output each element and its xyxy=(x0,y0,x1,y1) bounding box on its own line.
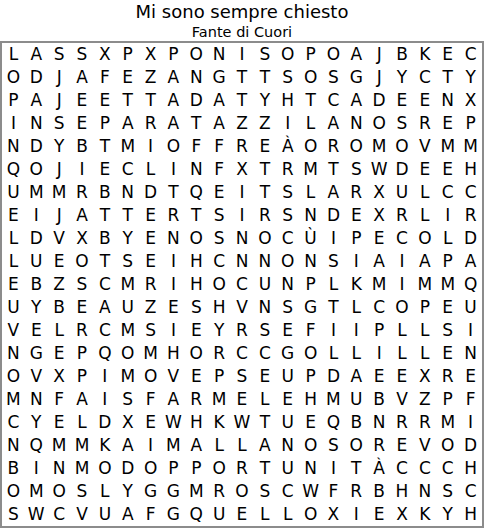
grid-cell[interactable]: I xyxy=(93,388,116,411)
grid-cell[interactable]: R xyxy=(185,388,208,411)
grid-cell[interactable]: T xyxy=(185,112,208,135)
grid-cell[interactable]: T xyxy=(116,204,139,227)
grid-cell[interactable]: P xyxy=(413,296,436,319)
grid-cell[interactable]: M xyxy=(25,480,48,503)
grid-cell[interactable]: E xyxy=(459,365,482,388)
grid-cell[interactable]: L xyxy=(208,434,231,457)
grid-cell[interactable]: S xyxy=(116,388,139,411)
grid-cell[interactable]: N xyxy=(253,250,276,273)
grid-cell[interactable]: J xyxy=(48,66,71,89)
grid-cell[interactable]: N xyxy=(299,204,322,227)
grid-cell[interactable]: D xyxy=(25,66,48,89)
grid-cell[interactable]: L xyxy=(299,181,322,204)
grid-cell[interactable]: O xyxy=(413,227,436,250)
grid-cell[interactable]: S xyxy=(71,273,94,296)
grid-cell[interactable]: E xyxy=(139,227,162,250)
grid-cell[interactable]: Y xyxy=(25,296,48,319)
grid-cell[interactable]: Q xyxy=(2,158,25,181)
grid-cell[interactable]: F xyxy=(459,388,482,411)
grid-cell[interactable]: U xyxy=(345,388,368,411)
grid-cell[interactable]: C xyxy=(413,66,436,89)
grid-cell[interactable]: E xyxy=(71,296,94,319)
grid-cell[interactable]: E xyxy=(231,503,254,526)
grid-cell[interactable]: X xyxy=(459,89,482,112)
grid-cell[interactable]: W xyxy=(162,411,185,434)
grid-cell[interactable]: D xyxy=(322,365,345,388)
grid-cell[interactable]: O xyxy=(185,43,208,66)
grid-cell[interactable]: D xyxy=(391,158,414,181)
grid-cell[interactable]: O xyxy=(345,135,368,158)
grid-cell[interactable]: A xyxy=(71,66,94,89)
grid-cell[interactable]: R xyxy=(208,480,231,503)
grid-cell[interactable]: R xyxy=(253,204,276,227)
grid-cell[interactable]: L xyxy=(413,181,436,204)
grid-cell[interactable]: D xyxy=(139,181,162,204)
grid-cell[interactable]: O xyxy=(185,342,208,365)
grid-cell[interactable]: E xyxy=(185,365,208,388)
grid-cell[interactable]: U xyxy=(116,296,139,319)
grid-cell[interactable]: H xyxy=(276,89,299,112)
grid-cell[interactable]: E xyxy=(368,365,391,388)
grid-cell[interactable]: H xyxy=(391,480,414,503)
grid-cell[interactable]: E xyxy=(71,89,94,112)
grid-cell[interactable]: P xyxy=(2,89,25,112)
grid-cell[interactable]: O xyxy=(391,296,414,319)
grid-cell[interactable]: Y xyxy=(25,411,48,434)
grid-cell[interactable]: H xyxy=(162,342,185,365)
grid-cell[interactable]: Y xyxy=(391,66,414,89)
grid-cell[interactable]: I xyxy=(162,250,185,273)
grid-cell[interactable]: N xyxy=(185,158,208,181)
grid-cell[interactable]: O xyxy=(25,158,48,181)
grid-cell[interactable]: T xyxy=(139,89,162,112)
grid-cell[interactable]: U xyxy=(253,273,276,296)
grid-cell[interactable]: H xyxy=(185,250,208,273)
grid-cell[interactable]: V xyxy=(231,296,254,319)
grid-cell[interactable]: T xyxy=(299,89,322,112)
grid-cell[interactable]: X xyxy=(413,365,436,388)
grid-cell[interactable]: N xyxy=(162,227,185,250)
grid-cell[interactable]: W xyxy=(231,411,254,434)
grid-cell[interactable]: I xyxy=(322,227,345,250)
grid-cell[interactable]: C xyxy=(93,273,116,296)
grid-cell[interactable]: S xyxy=(116,250,139,273)
grid-cell[interactable]: Q xyxy=(185,181,208,204)
grid-cell[interactable]: C xyxy=(459,181,482,204)
grid-cell[interactable]: V xyxy=(413,135,436,158)
grid-cell[interactable]: O xyxy=(299,503,322,526)
grid-cell[interactable]: A xyxy=(413,250,436,273)
grid-cell[interactable]: K xyxy=(413,503,436,526)
grid-cell[interactable]: D xyxy=(185,89,208,112)
grid-cell[interactable]: O xyxy=(208,273,231,296)
grid-cell[interactable]: C xyxy=(276,480,299,503)
grid-cell[interactable]: B xyxy=(368,388,391,411)
grid-cell[interactable]: E xyxy=(2,204,25,227)
grid-cell[interactable]: E xyxy=(25,319,48,342)
grid-cell[interactable]: S xyxy=(345,158,368,181)
grid-cell[interactable]: O xyxy=(48,480,71,503)
grid-cell[interactable]: L xyxy=(413,319,436,342)
grid-cell[interactable]: Y xyxy=(116,227,139,250)
grid-cell[interactable]: R xyxy=(322,135,345,158)
grid-cell[interactable]: L xyxy=(276,503,299,526)
grid-cell[interactable]: N xyxy=(116,181,139,204)
grid-cell[interactable]: T xyxy=(253,181,276,204)
grid-cell[interactable]: M xyxy=(185,480,208,503)
grid-cell[interactable]: C xyxy=(231,342,254,365)
grid-cell[interactable]: L xyxy=(391,342,414,365)
grid-cell[interactable]: N xyxy=(2,342,25,365)
grid-cell[interactable]: M xyxy=(322,388,345,411)
grid-cell[interactable]: M xyxy=(299,158,322,181)
grid-cell[interactable]: D xyxy=(322,204,345,227)
grid-cell[interactable]: R xyxy=(391,411,414,434)
grid-cell[interactable]: T xyxy=(253,411,276,434)
grid-cell[interactable]: E xyxy=(436,112,459,135)
grid-cell[interactable]: K xyxy=(413,43,436,66)
grid-cell[interactable]: F xyxy=(185,135,208,158)
grid-cell[interactable]: C xyxy=(93,319,116,342)
grid-cell[interactable]: E xyxy=(116,66,139,89)
grid-cell[interactable]: P xyxy=(299,365,322,388)
grid-cell[interactable]: M xyxy=(71,434,94,457)
grid-cell[interactable]: I xyxy=(345,250,368,273)
grid-cell[interactable]: F xyxy=(48,388,71,411)
grid-cell[interactable]: E xyxy=(71,112,94,135)
grid-cell[interactable]: S xyxy=(208,227,231,250)
grid-cell[interactable]: L xyxy=(93,480,116,503)
grid-cell[interactable]: M xyxy=(413,273,436,296)
grid-cell[interactable]: X xyxy=(116,411,139,434)
grid-cell[interactable]: M xyxy=(116,365,139,388)
grid-cell[interactable]: L xyxy=(345,342,368,365)
grid-cell[interactable]: J xyxy=(368,43,391,66)
grid-cell[interactable]: E xyxy=(368,503,391,526)
grid-cell[interactable]: I xyxy=(391,273,414,296)
grid-cell[interactable]: S xyxy=(71,43,94,66)
grid-cell[interactable]: G xyxy=(25,342,48,365)
grid-cell[interactable]: S xyxy=(436,480,459,503)
grid-cell[interactable]: L xyxy=(2,227,25,250)
grid-cell[interactable]: R xyxy=(368,434,391,457)
grid-cell[interactable]: X xyxy=(139,43,162,66)
grid-cell[interactable]: C xyxy=(276,227,299,250)
grid-cell[interactable]: E xyxy=(93,158,116,181)
grid-cell[interactable]: N xyxy=(413,480,436,503)
grid-cell[interactable]: L xyxy=(48,319,71,342)
grid-cell[interactable]: R xyxy=(71,319,94,342)
grid-cell[interactable]: H xyxy=(208,296,231,319)
grid-cell[interactable]: J xyxy=(48,89,71,112)
grid-cell[interactable]: M xyxy=(208,388,231,411)
grid-cell[interactable]: I xyxy=(162,158,185,181)
grid-cell[interactable]: M xyxy=(436,273,459,296)
grid-cell[interactable]: Q xyxy=(25,434,48,457)
grid-cell[interactable]: F xyxy=(322,480,345,503)
grid-cell[interactable]: F xyxy=(139,503,162,526)
grid-cell[interactable]: R xyxy=(413,112,436,135)
grid-cell[interactable]: O xyxy=(139,457,162,480)
grid-cell[interactable]: O xyxy=(71,250,94,273)
grid-cell[interactable]: A xyxy=(25,89,48,112)
grid-cell[interactable]: E xyxy=(139,411,162,434)
grid-cell[interactable]: E xyxy=(299,411,322,434)
grid-cell[interactable]: R xyxy=(413,411,436,434)
grid-cell[interactable]: O xyxy=(391,135,414,158)
grid-cell[interactable]: A xyxy=(208,112,231,135)
grid-cell[interactable]: X xyxy=(391,503,414,526)
grid-cell[interactable]: L xyxy=(345,296,368,319)
grid-cell[interactable]: P xyxy=(208,365,231,388)
grid-cell[interactable]: D xyxy=(459,434,482,457)
grid-cell[interactable]: S xyxy=(276,204,299,227)
grid-cell[interactable]: O xyxy=(299,434,322,457)
grid-cell[interactable]: S xyxy=(253,43,276,66)
grid-cell[interactable]: I xyxy=(368,342,391,365)
grid-cell[interactable]: D xyxy=(368,89,391,112)
grid-cell[interactable]: T xyxy=(231,89,254,112)
grid-cell[interactable]: Z xyxy=(413,388,436,411)
grid-cell[interactable]: N xyxy=(2,135,25,158)
grid-cell[interactable]: P xyxy=(162,43,185,66)
grid-cell[interactable]: Y xyxy=(253,89,276,112)
grid-cell[interactable]: M xyxy=(116,273,139,296)
grid-cell[interactable]: U xyxy=(2,181,25,204)
grid-cell[interactable]: S xyxy=(185,296,208,319)
grid-cell[interactable]: I xyxy=(231,181,254,204)
grid-cell[interactable]: R xyxy=(391,204,414,227)
grid-cell[interactable]: V xyxy=(162,365,185,388)
grid-cell[interactable]: T xyxy=(93,204,116,227)
grid-cell[interactable]: R xyxy=(459,204,482,227)
grid-cell[interactable]: P xyxy=(116,43,139,66)
grid-cell[interactable]: S xyxy=(322,250,345,273)
grid-cell[interactable]: G xyxy=(345,66,368,89)
grid-cell[interactable]: P xyxy=(71,342,94,365)
grid-cell[interactable]: B xyxy=(93,227,116,250)
grid-cell[interactable]: O xyxy=(322,43,345,66)
grid-cell[interactable]: O xyxy=(276,43,299,66)
grid-cell[interactable]: W xyxy=(368,158,391,181)
grid-cell[interactable]: L xyxy=(71,411,94,434)
grid-cell[interactable]: A xyxy=(253,434,276,457)
grid-cell[interactable]: E xyxy=(162,296,185,319)
grid-cell[interactable]: T xyxy=(436,66,459,89)
grid-cell[interactable]: A xyxy=(116,434,139,457)
grid-cell[interactable]: A xyxy=(116,112,139,135)
grid-cell[interactable]: E xyxy=(231,388,254,411)
grid-cell[interactable]: D xyxy=(93,411,116,434)
grid-cell[interactable]: L xyxy=(322,342,345,365)
grid-cell[interactable]: N xyxy=(25,388,48,411)
grid-cell[interactable]: Z xyxy=(139,66,162,89)
grid-cell[interactable]: U xyxy=(25,250,48,273)
grid-cell[interactable]: F xyxy=(208,135,231,158)
grid-cell[interactable]: V xyxy=(413,434,436,457)
grid-cell[interactable]: O xyxy=(2,365,25,388)
grid-cell[interactable]: X xyxy=(93,43,116,66)
grid-cell[interactable]: P xyxy=(93,112,116,135)
grid-cell[interactable]: C xyxy=(48,503,71,526)
grid-cell[interactable]: N xyxy=(2,434,25,457)
grid-cell[interactable]: E xyxy=(276,388,299,411)
grid-cell[interactable]: B xyxy=(345,411,368,434)
grid-cell[interactable]: R xyxy=(231,135,254,158)
grid-cell[interactable]: M xyxy=(368,273,391,296)
grid-cell[interactable]: T xyxy=(116,89,139,112)
grid-cell[interactable]: L xyxy=(139,158,162,181)
grid-cell[interactable]: L xyxy=(299,112,322,135)
grid-cell[interactable]: D xyxy=(25,227,48,250)
grid-cell[interactable]: T xyxy=(322,158,345,181)
grid-cell[interactable]: H xyxy=(459,158,482,181)
grid-cell[interactable]: Q xyxy=(459,273,482,296)
grid-cell[interactable]: R xyxy=(208,342,231,365)
grid-cell[interactable]: S xyxy=(231,365,254,388)
grid-cell[interactable]: R xyxy=(139,273,162,296)
grid-cell[interactable]: A xyxy=(208,89,231,112)
grid-cell[interactable]: O xyxy=(208,457,231,480)
grid-cell[interactable]: P xyxy=(345,227,368,250)
grid-cell[interactable]: O xyxy=(253,227,276,250)
grid-cell[interactable]: M xyxy=(459,135,482,158)
grid-cell[interactable]: M xyxy=(116,319,139,342)
grid-cell[interactable]: E xyxy=(345,204,368,227)
grid-cell[interactable]: L xyxy=(2,250,25,273)
grid-cell[interactable]: U xyxy=(208,503,231,526)
grid-cell[interactable]: R xyxy=(276,158,299,181)
grid-cell[interactable]: R xyxy=(71,181,94,204)
grid-cell[interactable]: O xyxy=(185,227,208,250)
grid-cell[interactable]: K xyxy=(93,434,116,457)
grid-cell[interactable]: E xyxy=(253,135,276,158)
grid-cell[interactable]: L xyxy=(391,319,414,342)
grid-cell[interactable]: A xyxy=(459,250,482,273)
grid-cell[interactable]: O xyxy=(368,112,391,135)
grid-cell[interactable]: S xyxy=(71,480,94,503)
grid-cell[interactable]: A xyxy=(162,388,185,411)
grid-cell[interactable]: A xyxy=(25,43,48,66)
grid-cell[interactable]: A xyxy=(93,296,116,319)
grid-cell[interactable]: I xyxy=(139,135,162,158)
grid-cell[interactable]: I xyxy=(231,204,254,227)
grid-cell[interactable]: N xyxy=(231,227,254,250)
grid-cell[interactable]: U xyxy=(276,411,299,434)
grid-cell[interactable]: N xyxy=(25,112,48,135)
grid-cell[interactable]: N xyxy=(48,457,71,480)
grid-cell[interactable]: O xyxy=(276,250,299,273)
grid-cell[interactable]: N xyxy=(231,250,254,273)
grid-cell[interactable]: T xyxy=(185,204,208,227)
grid-cell[interactable]: Y xyxy=(436,503,459,526)
grid-cell[interactable]: S xyxy=(48,112,71,135)
grid-cell[interactable]: P xyxy=(299,273,322,296)
grid-cell[interactable]: M xyxy=(139,342,162,365)
grid-cell[interactable]: G xyxy=(139,480,162,503)
grid-cell[interactable]: R xyxy=(436,365,459,388)
grid-cell[interactable]: Z xyxy=(139,296,162,319)
grid-cell[interactable]: O xyxy=(345,434,368,457)
grid-cell[interactable]: A xyxy=(71,204,94,227)
grid-cell[interactable]: I xyxy=(436,204,459,227)
grid-cell[interactable]: P xyxy=(299,43,322,66)
grid-cell[interactable]: G xyxy=(162,503,185,526)
grid-cell[interactable]: E xyxy=(139,204,162,227)
grid-cell[interactable]: T xyxy=(162,181,185,204)
grid-cell[interactable]: C xyxy=(2,411,25,434)
grid-cell[interactable]: E xyxy=(139,250,162,273)
grid-cell[interactable]: N xyxy=(276,273,299,296)
grid-cell[interactable]: A xyxy=(345,43,368,66)
grid-cell[interactable]: Y xyxy=(208,319,231,342)
grid-cell[interactable]: À xyxy=(368,457,391,480)
grid-cell[interactable]: N xyxy=(185,66,208,89)
grid-cell[interactable]: K xyxy=(208,411,231,434)
grid-cell[interactable]: E xyxy=(276,319,299,342)
grid-cell[interactable]: M xyxy=(162,434,185,457)
grid-cell[interactable]: S xyxy=(276,66,299,89)
grid-cell[interactable]: E xyxy=(48,250,71,273)
grid-cell[interactable]: V xyxy=(2,319,25,342)
grid-cell[interactable]: N xyxy=(299,457,322,480)
grid-cell[interactable]: S xyxy=(48,43,71,66)
grid-cell[interactable]: E xyxy=(48,411,71,434)
grid-cell[interactable]: S xyxy=(436,319,459,342)
grid-cell[interactable]: T xyxy=(253,66,276,89)
grid-cell[interactable]: H xyxy=(459,457,482,480)
grid-cell[interactable]: A xyxy=(162,66,185,89)
grid-cell[interactable]: A xyxy=(322,112,345,135)
grid-cell[interactable]: T xyxy=(253,158,276,181)
grid-cell[interactable]: E xyxy=(391,365,414,388)
grid-cell[interactable]: E xyxy=(93,89,116,112)
grid-cell[interactable]: S xyxy=(208,204,231,227)
grid-cell[interactable]: M xyxy=(48,434,71,457)
grid-cell[interactable]: U xyxy=(459,296,482,319)
grid-cell[interactable]: E xyxy=(208,181,231,204)
grid-cell[interactable]: C xyxy=(459,480,482,503)
grid-cell[interactable]: S xyxy=(276,296,299,319)
grid-cell[interactable]: E xyxy=(185,319,208,342)
grid-cell[interactable]: I xyxy=(139,434,162,457)
grid-cell[interactable]: E xyxy=(391,434,414,457)
grid-cell[interactable]: L xyxy=(253,388,276,411)
grid-cell[interactable]: I xyxy=(231,43,254,66)
grid-cell[interactable]: X xyxy=(368,204,391,227)
grid-cell[interactable]: E xyxy=(2,273,25,296)
grid-cell[interactable]: Q xyxy=(322,411,345,434)
grid-cell[interactable]: I xyxy=(2,112,25,135)
grid-cell[interactable]: C xyxy=(116,158,139,181)
grid-cell[interactable]: B xyxy=(368,480,391,503)
grid-cell[interactable]: H xyxy=(185,273,208,296)
grid-cell[interactable]: X xyxy=(368,181,391,204)
grid-cell[interactable]: S xyxy=(322,66,345,89)
grid-cell[interactable]: T xyxy=(231,66,254,89)
grid-cell[interactable]: O xyxy=(2,480,25,503)
grid-cell[interactable]: T xyxy=(322,296,345,319)
grid-cell[interactable]: G xyxy=(276,342,299,365)
grid-cell[interactable]: P xyxy=(71,365,94,388)
grid-cell[interactable]: E xyxy=(413,89,436,112)
grid-cell[interactable]: L xyxy=(2,43,25,66)
grid-cell[interactable]: C xyxy=(436,457,459,480)
grid-cell[interactable]: C xyxy=(391,227,414,250)
grid-cell[interactable]: S xyxy=(2,503,25,526)
grid-cell[interactable]: N xyxy=(299,250,322,273)
grid-cell[interactable]: U xyxy=(391,181,414,204)
